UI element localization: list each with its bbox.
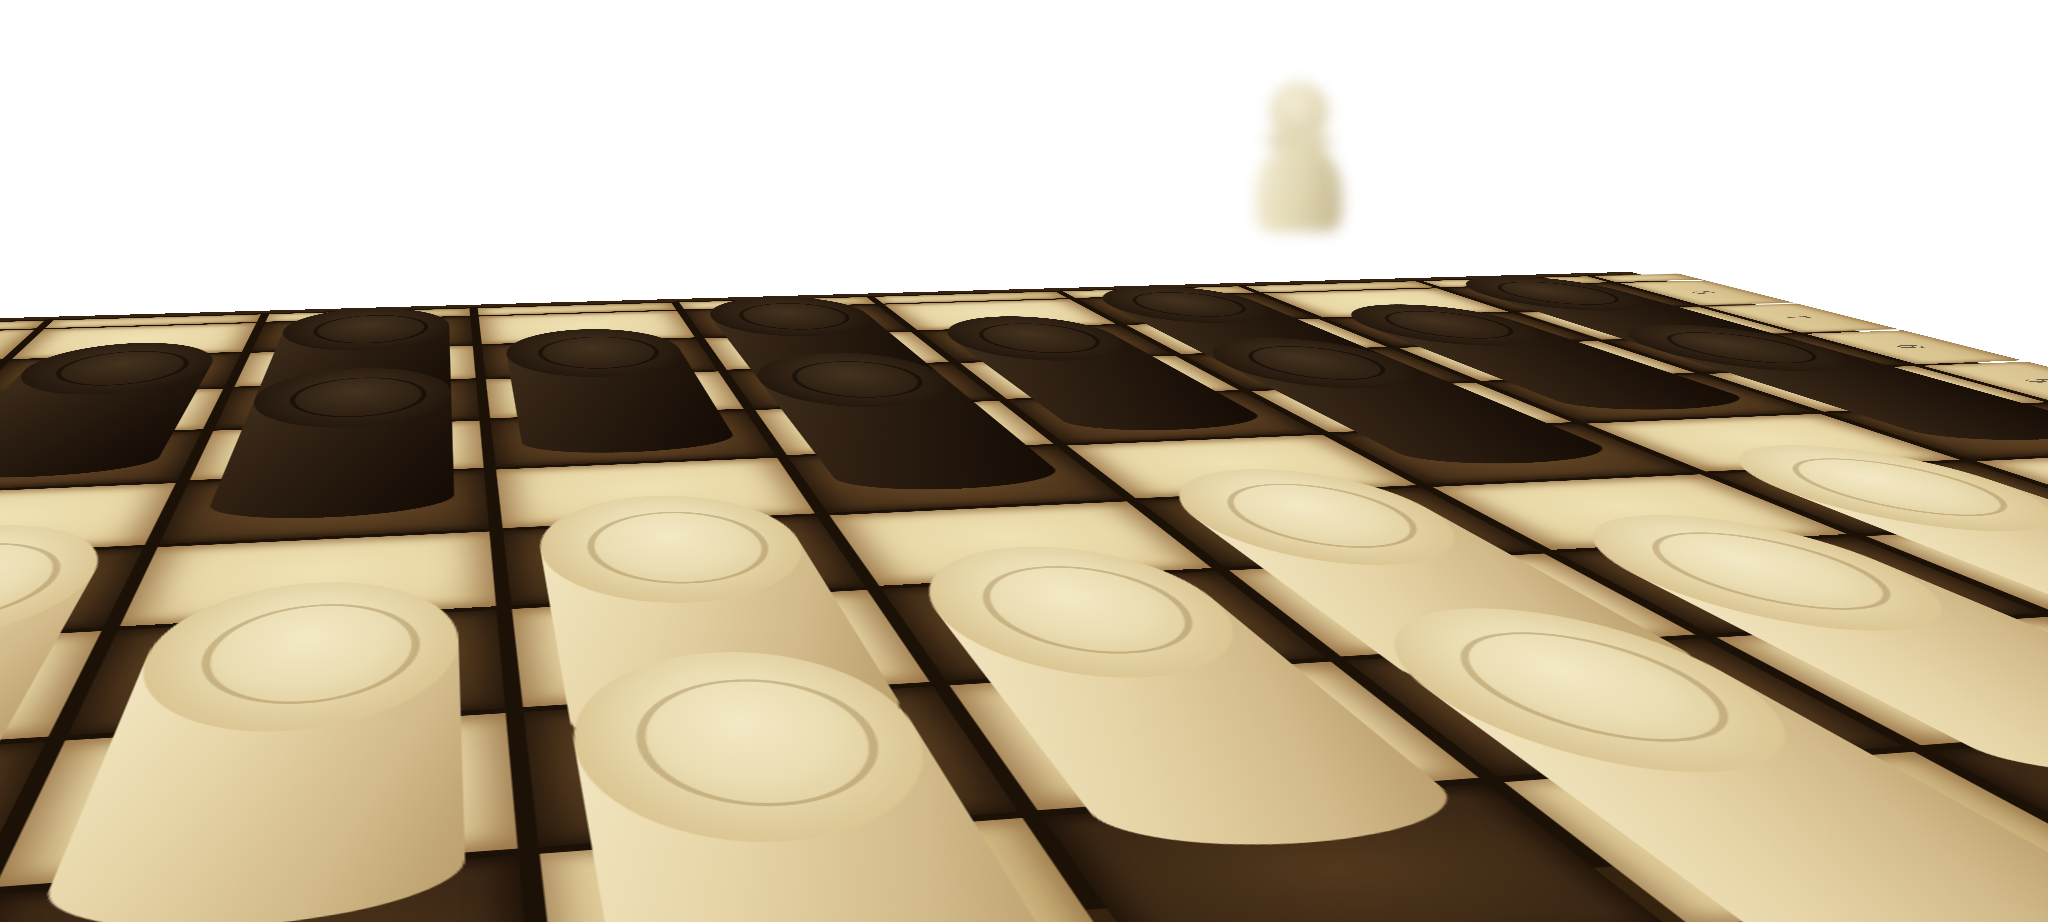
black-checker[interactable] (1462, 284, 1658, 306)
black-checker[interactable] (1346, 313, 1555, 339)
black-checker[interactable] (752, 364, 962, 399)
piece-ring (185, 599, 421, 710)
piece-ring (1114, 291, 1267, 318)
white-checker[interactable] (568, 689, 951, 811)
piece-ring (41, 349, 198, 388)
black-checker[interactable] (278, 317, 450, 344)
square-F3[interactable] (503, 516, 865, 605)
black-checker[interactable] (8, 354, 218, 387)
piece-ring (623, 673, 911, 814)
square-G2[interactable] (68, 610, 506, 736)
white-checker[interactable] (918, 573, 1263, 657)
black-checker[interactable] (941, 326, 1139, 354)
square-H7[interactable] (0, 353, 241, 396)
white-checker[interactable] (125, 612, 459, 708)
black-checker[interactable] (505, 339, 689, 370)
piece-ring (283, 375, 427, 419)
square-D7[interactable] (919, 325, 1172, 361)
square-E8[interactable] (685, 305, 909, 337)
black-checker[interactable] (247, 381, 452, 419)
piece-ring (962, 322, 1120, 355)
piece-ring (308, 314, 428, 345)
piece-ring (579, 508, 787, 588)
square-E6[interactable] (728, 363, 997, 408)
square-G6[interactable] (214, 380, 479, 429)
board-anchor: 87654321EDCB (0, 0, 2048, 922)
piece-ring (779, 359, 941, 400)
square-G8[interactable] (251, 317, 472, 352)
black-checker[interactable] (1206, 349, 1431, 381)
piece-ring (955, 562, 1233, 660)
square-F7[interactable] (482, 339, 717, 378)
black-checker[interactable] (705, 305, 881, 330)
scene: 87654321EDCB (0, 0, 2048, 922)
piece-ring (729, 302, 862, 331)
white-checker[interactable] (1385, 641, 1816, 746)
square-F1[interactable] (524, 686, 1019, 847)
piece-ring (534, 335, 667, 371)
white-checker[interactable] (1169, 489, 1480, 550)
black-checker[interactable] (1096, 294, 1282, 317)
white-checker[interactable] (0, 550, 107, 627)
white-checker[interactable] (537, 518, 819, 587)
checkers-board: 87654321EDCB (0, 272, 2048, 922)
